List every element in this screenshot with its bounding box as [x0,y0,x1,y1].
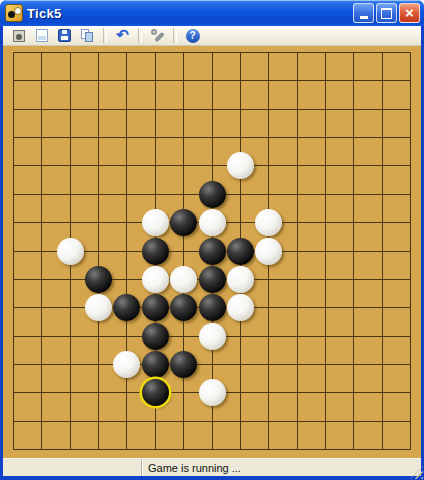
black-stone [199,266,226,293]
white-stone [255,238,282,265]
board-grid[interactable] [13,52,411,450]
wrench-icon [150,28,166,44]
statusbar-left-panel [3,459,142,476]
black-stone [142,294,169,321]
white-stone [227,152,254,179]
black-stone [142,379,169,406]
toolbar: ↶ ? [3,26,421,46]
black-stone [113,294,140,321]
black-stone [170,351,197,378]
open-icon [36,29,48,42]
window-title: Tick5 [27,6,62,21]
white-stone [199,379,226,406]
maximize-button[interactable] [376,3,397,23]
black-stone [227,238,254,265]
black-stone [142,323,169,350]
new-game-icon [13,30,25,42]
minimize-icon [360,16,368,19]
undo-button[interactable]: ↶ [111,27,134,45]
white-stone [57,238,84,265]
save-icon [58,29,71,42]
close-button[interactable]: × [399,3,420,23]
save-button[interactable] [53,27,76,45]
white-stone [199,323,226,350]
copy-button[interactable] [76,27,99,45]
black-stone [170,294,197,321]
black-stone [142,238,169,265]
white-stone [255,209,282,236]
white-stone [85,294,112,321]
black-stone [170,209,197,236]
undo-icon: ↶ [116,27,129,42]
black-stone [199,294,226,321]
game-board [3,46,421,458]
white-stone [227,294,254,321]
copy-icon [81,29,94,42]
app-icon-white-stone [14,7,22,15]
help-button[interactable]: ? [181,27,204,45]
minimize-button[interactable] [353,3,374,23]
maximize-icon [381,8,392,19]
white-stone [170,266,197,293]
white-stone [142,266,169,293]
black-stone [85,266,112,293]
title-bar[interactable]: Tick5 × [0,0,424,26]
app-window: Tick5 × ↶ ? [0,0,424,480]
status-text: Game is running ... [142,460,421,476]
white-stone [142,209,169,236]
help-icon: ? [186,29,200,43]
white-stone [199,209,226,236]
settings-button[interactable] [146,27,169,45]
black-stone [142,351,169,378]
app-icon[interactable] [5,4,23,22]
toolbar-separator [138,28,142,43]
new-game-button[interactable] [7,27,30,45]
black-stone [199,238,226,265]
black-stone [199,181,226,208]
toolbar-separator [173,28,177,43]
close-icon: × [405,5,414,20]
status-bar: Game is running ... [3,458,421,476]
white-stone [227,266,254,293]
open-button[interactable] [30,27,53,45]
toolbar-separator [103,28,107,43]
white-stone [113,351,140,378]
